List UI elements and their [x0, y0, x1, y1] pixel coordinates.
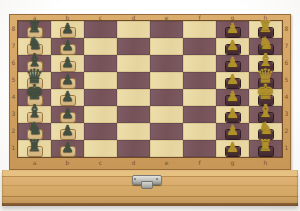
square[interactable] — [183, 89, 216, 106]
board-frame: ♜♟♟♜♞♟♟♞♝♟♟♝♛♟♟♛♚♟♟♚♝♟♟♝♞♟♟♞♜♟♟♜ aabbccd… — [9, 14, 291, 170]
chess-piece-dark-P[interactable]: ♟ — [51, 123, 84, 137]
border-tick: 5 — [282, 77, 292, 83]
chess-piece-gold-P[interactable]: ♟ — [216, 140, 249, 154]
square[interactable]: ♟ — [216, 55, 249, 72]
square[interactable]: ♜ — [18, 140, 51, 157]
chess-piece-gold-P[interactable]: ♟ — [216, 38, 249, 52]
border-tick: g — [228, 160, 238, 166]
border-tick: 3 — [282, 111, 292, 117]
square[interactable] — [84, 106, 117, 123]
latch-clasp-icon — [132, 175, 160, 187]
border-tick: d — [129, 15, 139, 21]
square[interactable]: ♟ — [216, 106, 249, 123]
square[interactable] — [84, 123, 117, 140]
chess-piece-gold-R[interactable]: ♜ — [249, 138, 282, 154]
border-tick: c — [96, 15, 106, 21]
square[interactable] — [183, 140, 216, 157]
square[interactable]: ♟ — [216, 123, 249, 140]
square[interactable] — [150, 89, 183, 106]
border-tick: 5 — [9, 77, 19, 83]
border-tick: 7 — [282, 43, 292, 49]
border-tick: 1 — [282, 145, 292, 151]
square[interactable]: ♟ — [51, 38, 84, 55]
square[interactable] — [150, 38, 183, 55]
chess-piece-dark-R[interactable]: ♜ — [18, 138, 51, 154]
latch-hasp — [141, 181, 153, 189]
square[interactable] — [150, 140, 183, 157]
latch-screw — [134, 178, 136, 180]
square[interactable] — [117, 55, 150, 72]
chess-piece-dark-N[interactable]: ♞ — [18, 120, 51, 137]
square[interactable] — [150, 106, 183, 123]
square[interactable]: ♜ — [249, 140, 282, 157]
border-tick: a — [30, 160, 40, 166]
border-tick: 6 — [282, 60, 292, 66]
square[interactable] — [117, 140, 150, 157]
chess-piece-dark-P[interactable]: ♟ — [51, 106, 84, 120]
square[interactable] — [183, 55, 216, 72]
chess-piece-gold-P[interactable]: ♟ — [216, 106, 249, 120]
square[interactable] — [84, 55, 117, 72]
square[interactable]: ♟ — [51, 140, 84, 157]
square[interactable]: ♟ — [216, 38, 249, 55]
border-tick: f — [195, 160, 205, 166]
border-tick: h — [261, 160, 271, 166]
square[interactable] — [183, 21, 216, 38]
border-tick: 3 — [9, 111, 19, 117]
square[interactable] — [150, 72, 183, 89]
chess-piece-gold-N[interactable]: ♞ — [249, 120, 282, 137]
chess-piece-dark-P[interactable]: ♟ — [51, 140, 84, 154]
chess-piece-gold-P[interactable]: ♟ — [216, 55, 249, 69]
border-tick: e — [162, 15, 172, 21]
square[interactable]: ♟ — [216, 72, 249, 89]
border-tick: 8 — [282, 26, 292, 32]
chess-piece-dark-P[interactable]: ♟ — [51, 55, 84, 69]
chess-piece-dark-P[interactable]: ♟ — [51, 38, 84, 52]
square[interactable] — [150, 123, 183, 140]
square[interactable] — [117, 38, 150, 55]
border-tick: 4 — [282, 94, 292, 100]
square[interactable]: ♟ — [51, 72, 84, 89]
border-tick: 2 — [282, 128, 292, 134]
square[interactable] — [150, 21, 183, 38]
chess-board: ♜♟♟♜♞♟♟♞♝♟♟♝♛♟♟♛♚♟♟♚♝♟♟♝♞♟♟♞♜♟♟♜ — [18, 21, 282, 157]
border-tick: f — [195, 15, 205, 21]
square[interactable]: ♟ — [216, 21, 249, 38]
border-tick: 8 — [9, 26, 19, 32]
chess-piece-gold-P[interactable]: ♟ — [216, 21, 249, 35]
square[interactable]: ♟ — [51, 123, 84, 140]
square[interactable]: ♟ — [216, 140, 249, 157]
square[interactable]: ♟ — [216, 89, 249, 106]
square[interactable] — [183, 123, 216, 140]
chess-piece-dark-P[interactable]: ♟ — [51, 89, 84, 103]
square[interactable] — [84, 140, 117, 157]
chess-piece-gold-P[interactable]: ♟ — [216, 72, 249, 86]
border-tick: 6 — [9, 60, 19, 66]
square[interactable] — [183, 72, 216, 89]
chess-piece-gold-P[interactable]: ♟ — [216, 123, 249, 137]
latch-screw — [156, 178, 158, 180]
square[interactable] — [117, 72, 150, 89]
square[interactable] — [117, 89, 150, 106]
square[interactable] — [150, 55, 183, 72]
square[interactable] — [183, 106, 216, 123]
square[interactable] — [117, 21, 150, 38]
square[interactable] — [84, 72, 117, 89]
square[interactable] — [117, 106, 150, 123]
border-tick: 2 — [9, 128, 19, 134]
chess-piece-dark-P[interactable]: ♟ — [51, 21, 84, 35]
border-tick: d — [129, 160, 139, 166]
border-tick: b — [63, 160, 73, 166]
chess-piece-gold-P[interactable]: ♟ — [216, 89, 249, 103]
square[interactable]: ♟ — [51, 89, 84, 106]
border-tick: c — [96, 160, 106, 166]
square[interactable]: ♟ — [51, 106, 84, 123]
square[interactable] — [84, 89, 117, 106]
border-tick: e — [162, 160, 172, 166]
square[interactable]: ♟ — [51, 55, 84, 72]
border-tick: 1 — [9, 145, 19, 151]
chess-piece-dark-P[interactable]: ♟ — [51, 72, 84, 86]
square[interactable]: ♟ — [51, 21, 84, 38]
square[interactable] — [183, 38, 216, 55]
square[interactable] — [84, 21, 117, 38]
border-tick: 4 — [9, 94, 19, 100]
square[interactable] — [117, 123, 150, 140]
border-tick: 7 — [9, 43, 19, 49]
square[interactable] — [84, 38, 117, 55]
chess-set-photo: ♜♟♟♜♞♟♟♞♝♟♟♝♛♟♟♛♚♟♟♚♝♟♟♝♞♟♟♞♜♟♟♜ aabbccd… — [0, 0, 300, 211]
